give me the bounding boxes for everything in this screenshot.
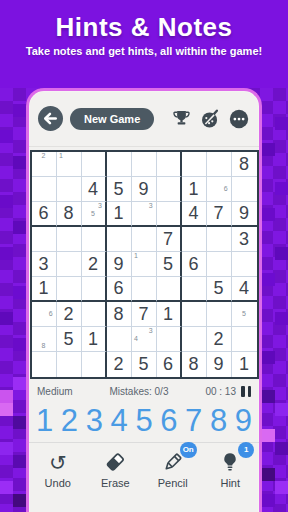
sudoku-cell[interactable]: 5 bbox=[107, 177, 132, 202]
cell-value: 8 bbox=[188, 354, 198, 375]
sudoku-cell[interactable]: 3 bbox=[232, 227, 257, 252]
sudoku-cell[interactable] bbox=[82, 152, 107, 177]
cell-value: 6 bbox=[113, 278, 123, 299]
sudoku-cell[interactable] bbox=[82, 277, 107, 302]
numpad-digit-4[interactable]: 4 bbox=[111, 404, 128, 438]
sudoku-cell[interactable]: 9 bbox=[132, 177, 157, 202]
trophy-icon bbox=[171, 108, 192, 129]
difficulty-label: Medium bbox=[37, 386, 73, 397]
pencil-button[interactable]: On Pencil bbox=[147, 450, 199, 489]
cell-value: 1 bbox=[38, 278, 48, 299]
cell-value: 4 bbox=[188, 203, 198, 224]
sudoku-cell[interactable]: 5 bbox=[57, 327, 82, 352]
hint-count-badge: 1 bbox=[238, 442, 254, 458]
sudoku-cell[interactable]: 7 bbox=[132, 302, 157, 327]
sudoku-cell[interactable]: 5 bbox=[232, 302, 257, 327]
sudoku-cell[interactable] bbox=[82, 227, 107, 252]
sudoku-cell[interactable] bbox=[57, 277, 82, 302]
numpad-digit-1[interactable]: 1 bbox=[36, 404, 53, 438]
sudoku-cell[interactable] bbox=[232, 252, 257, 277]
sudoku-grid: 2184591668351347973329156165462871585143… bbox=[30, 150, 259, 379]
cell-value: 1 bbox=[163, 304, 173, 325]
sudoku-cell[interactable] bbox=[32, 352, 57, 377]
cell-value: 1 bbox=[188, 179, 198, 200]
pencil-note: 2 bbox=[39, 152, 47, 160]
cell-value: 3 bbox=[239, 229, 249, 250]
cell-value: 9 bbox=[138, 179, 148, 200]
sudoku-cell[interactable]: 2 bbox=[207, 327, 232, 352]
page-title: Hints & Notes bbox=[0, 12, 288, 43]
sudoku-cell[interactable] bbox=[57, 177, 82, 202]
sudoku-cell[interactable]: 8 bbox=[107, 302, 132, 327]
cell-value: 4 bbox=[239, 278, 249, 299]
sudoku-cell[interactable] bbox=[57, 352, 82, 377]
sudoku-cell[interactable] bbox=[132, 227, 157, 252]
cell-value: 5 bbox=[63, 329, 73, 350]
eraser-icon bbox=[103, 450, 127, 474]
numpad-digit-5[interactable]: 5 bbox=[135, 404, 152, 438]
numpad-digit-7[interactable]: 7 bbox=[185, 404, 202, 438]
cell-value: 5 bbox=[113, 179, 123, 200]
sudoku-cell[interactable]: 4 bbox=[182, 202, 207, 227]
sudoku-cell[interactable]: 2 bbox=[57, 302, 82, 327]
pencil-note: 5 bbox=[89, 210, 97, 218]
sudoku-cell[interactable] bbox=[207, 227, 232, 252]
sudoku-cell[interactable] bbox=[157, 327, 182, 352]
pencil-note: 4 bbox=[132, 335, 140, 343]
cell-value: 6 bbox=[163, 354, 173, 375]
cell-value: 2 bbox=[63, 304, 73, 325]
pencil-note: 1 bbox=[57, 152, 65, 160]
pencil-on-badge: On bbox=[180, 442, 197, 458]
sudoku-cell[interactable] bbox=[82, 302, 107, 327]
sudoku-cell[interactable] bbox=[182, 227, 207, 252]
hint-button[interactable]: 1 Hint bbox=[204, 450, 256, 489]
sudoku-cell[interactable]: 35 bbox=[82, 202, 107, 227]
cell-value: 1 bbox=[239, 354, 249, 375]
sudoku-cell[interactable] bbox=[32, 177, 57, 202]
more-options-button[interactable] bbox=[228, 108, 250, 130]
sudoku-cell[interactable]: 7 bbox=[207, 202, 232, 227]
sudoku-cell[interactable] bbox=[157, 177, 182, 202]
more-dots-icon bbox=[228, 108, 250, 130]
sudoku-cell[interactable]: 3 bbox=[132, 202, 157, 227]
pause-button[interactable] bbox=[241, 386, 251, 397]
trophy-button[interactable] bbox=[171, 108, 192, 129]
cell-value: 2 bbox=[113, 354, 123, 375]
sudoku-cell[interactable]: 1 bbox=[132, 252, 157, 277]
sudoku-cell[interactable] bbox=[57, 227, 82, 252]
sudoku-cell[interactable]: 1 bbox=[82, 327, 107, 352]
numpad-digit-2[interactable]: 2 bbox=[61, 404, 78, 438]
sudoku-cell[interactable]: 6 bbox=[32, 202, 57, 227]
back-arrow-icon bbox=[38, 106, 63, 131]
sudoku-cell[interactable]: 5 bbox=[132, 352, 157, 377]
pencil-note: 6 bbox=[47, 310, 55, 318]
pencil-note: 5 bbox=[240, 310, 248, 318]
sudoku-cell[interactable] bbox=[207, 302, 232, 327]
sudoku-cell[interactable] bbox=[132, 152, 157, 177]
sudoku-cell[interactable]: 1 bbox=[182, 177, 207, 202]
sudoku-cell[interactable] bbox=[107, 227, 132, 252]
sudoku-cell[interactable]: 1 bbox=[232, 352, 257, 377]
theme-palette-button[interactable] bbox=[199, 108, 221, 130]
cell-value: 7 bbox=[213, 203, 223, 224]
cell-value: 8 bbox=[239, 154, 249, 175]
cell-value: 8 bbox=[63, 203, 73, 224]
sudoku-cell[interactable] bbox=[207, 252, 232, 277]
sudoku-cell[interactable]: 1 bbox=[57, 152, 82, 177]
sudoku-cell[interactable] bbox=[207, 152, 232, 177]
undo-icon: ↺ bbox=[49, 452, 67, 474]
mistakes-counter: Mistakes: 0/3 bbox=[110, 386, 169, 397]
pencil-note: 3 bbox=[147, 327, 155, 335]
sudoku-cell[interactable]: 8 bbox=[32, 327, 57, 352]
sudoku-cell[interactable]: 6 bbox=[207, 177, 232, 202]
sudoku-cell[interactable]: 2 bbox=[82, 252, 107, 277]
sudoku-cell[interactable] bbox=[107, 327, 132, 352]
sudoku-cell[interactable]: 6 bbox=[157, 352, 182, 377]
pencil-note: 6 bbox=[222, 185, 230, 193]
sudoku-cell[interactable]: 9 bbox=[207, 352, 232, 377]
status-bar: Medium Mistakes: 0/3 00 : 13 bbox=[29, 379, 259, 404]
sudoku-cell[interactable] bbox=[132, 277, 157, 302]
sudoku-cell[interactable]: 9 bbox=[232, 202, 257, 227]
sudoku-cell[interactable] bbox=[107, 152, 132, 177]
sudoku-cell[interactable]: 1 bbox=[157, 302, 182, 327]
pencil-note: 3 bbox=[96, 202, 104, 210]
cell-value: 5 bbox=[213, 278, 223, 299]
sudoku-cell[interactable]: 3 bbox=[32, 252, 57, 277]
back-button[interactable] bbox=[38, 106, 63, 131]
sudoku-cell[interactable] bbox=[182, 302, 207, 327]
sudoku-cell[interactable]: 6 bbox=[32, 302, 57, 327]
cell-value: 6 bbox=[188, 254, 198, 275]
cell-value: 9 bbox=[113, 254, 123, 275]
pencil-note: 1 bbox=[132, 252, 140, 260]
sudoku-cell[interactable]: 7 bbox=[157, 227, 182, 252]
game-top-bar: New Game bbox=[29, 91, 259, 147]
cell-value: 2 bbox=[213, 329, 223, 350]
cell-value: 6 bbox=[38, 203, 48, 224]
cell-value: 1 bbox=[88, 329, 98, 350]
sudoku-cell[interactable]: 4 bbox=[232, 277, 257, 302]
cell-value: 7 bbox=[163, 229, 173, 250]
sudoku-cell[interactable]: 6 bbox=[107, 277, 132, 302]
sudoku-cell[interactable]: 5 bbox=[207, 277, 232, 302]
sudoku-cell[interactable] bbox=[157, 202, 182, 227]
tool-bar: ↺ Undo Erase On bbox=[29, 442, 259, 489]
sudoku-cell[interactable]: 8 bbox=[57, 202, 82, 227]
sudoku-cell[interactable]: 43 bbox=[132, 327, 157, 352]
sudoku-cell[interactable] bbox=[157, 152, 182, 177]
sudoku-cell[interactable]: 6 bbox=[182, 252, 207, 277]
cell-value: 4 bbox=[88, 179, 98, 200]
cell-value: 5 bbox=[163, 254, 173, 275]
numpad-digit-8[interactable]: 8 bbox=[210, 404, 227, 438]
undo-button[interactable]: ↺ Undo bbox=[32, 450, 84, 489]
numpad-digit-3[interactable]: 3 bbox=[86, 404, 103, 438]
sudoku-cell[interactable]: 9 bbox=[107, 252, 132, 277]
sudoku-cell[interactable] bbox=[32, 227, 57, 252]
page-subtitle: Take notes and get hints, all within the… bbox=[10, 45, 278, 57]
sudoku-cell[interactable]: 5 bbox=[157, 252, 182, 277]
sudoku-cell[interactable] bbox=[182, 327, 207, 352]
sudoku-cell[interactable] bbox=[232, 327, 257, 352]
sudoku-cell[interactable] bbox=[57, 252, 82, 277]
numpad-digit-9[interactable]: 9 bbox=[235, 404, 252, 438]
cell-value: 7 bbox=[138, 304, 148, 325]
phone-mockup: New Game bbox=[26, 88, 262, 512]
sudoku-cell[interactable] bbox=[232, 177, 257, 202]
cell-value: 3 bbox=[38, 254, 48, 275]
sudoku-cell[interactable] bbox=[157, 277, 182, 302]
cell-value: 2 bbox=[88, 254, 98, 275]
cell-value: 8 bbox=[113, 304, 123, 325]
numpad-digit-6[interactable]: 6 bbox=[160, 404, 177, 438]
new-game-button[interactable]: New Game bbox=[70, 108, 154, 130]
sudoku-cell[interactable]: 8 bbox=[232, 152, 257, 177]
sudoku-cell[interactable]: 1 bbox=[32, 277, 57, 302]
palette-icon bbox=[199, 108, 221, 130]
cell-value: 9 bbox=[213, 354, 223, 375]
sudoku-cell[interactable]: 2 bbox=[32, 152, 57, 177]
sudoku-cell[interactable]: 8 bbox=[182, 352, 207, 377]
number-pad: 1 2 3 4 5 6 7 8 9 bbox=[29, 404, 259, 442]
pencil-note: 8 bbox=[39, 342, 47, 350]
timer: 00 : 13 bbox=[205, 386, 236, 397]
sudoku-cell[interactable]: 2 bbox=[107, 352, 132, 377]
pencil-note: 3 bbox=[147, 202, 155, 210]
sudoku-cell[interactable] bbox=[182, 152, 207, 177]
sudoku-cell[interactable] bbox=[82, 352, 107, 377]
sudoku-cell[interactable] bbox=[182, 277, 207, 302]
cell-value: 9 bbox=[239, 203, 249, 224]
cell-value: 1 bbox=[113, 203, 123, 224]
sudoku-cell[interactable]: 4 bbox=[82, 177, 107, 202]
cell-value: 5 bbox=[138, 354, 148, 375]
promo-header: Hints & Notes Take notes and get hints, … bbox=[0, 0, 288, 88]
erase-button[interactable]: Erase bbox=[89, 450, 141, 489]
sudoku-cell[interactable]: 1 bbox=[107, 202, 132, 227]
